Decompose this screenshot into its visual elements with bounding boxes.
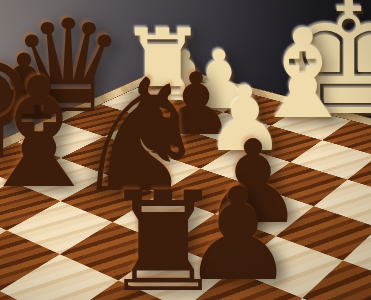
piece-black-rook[interactable]: ♜ (101, 174, 225, 300)
chess-photo-scene: ♚♟♛♝♜♟♞♟♟♟♝♚♟♟♜ (0, 0, 371, 300)
